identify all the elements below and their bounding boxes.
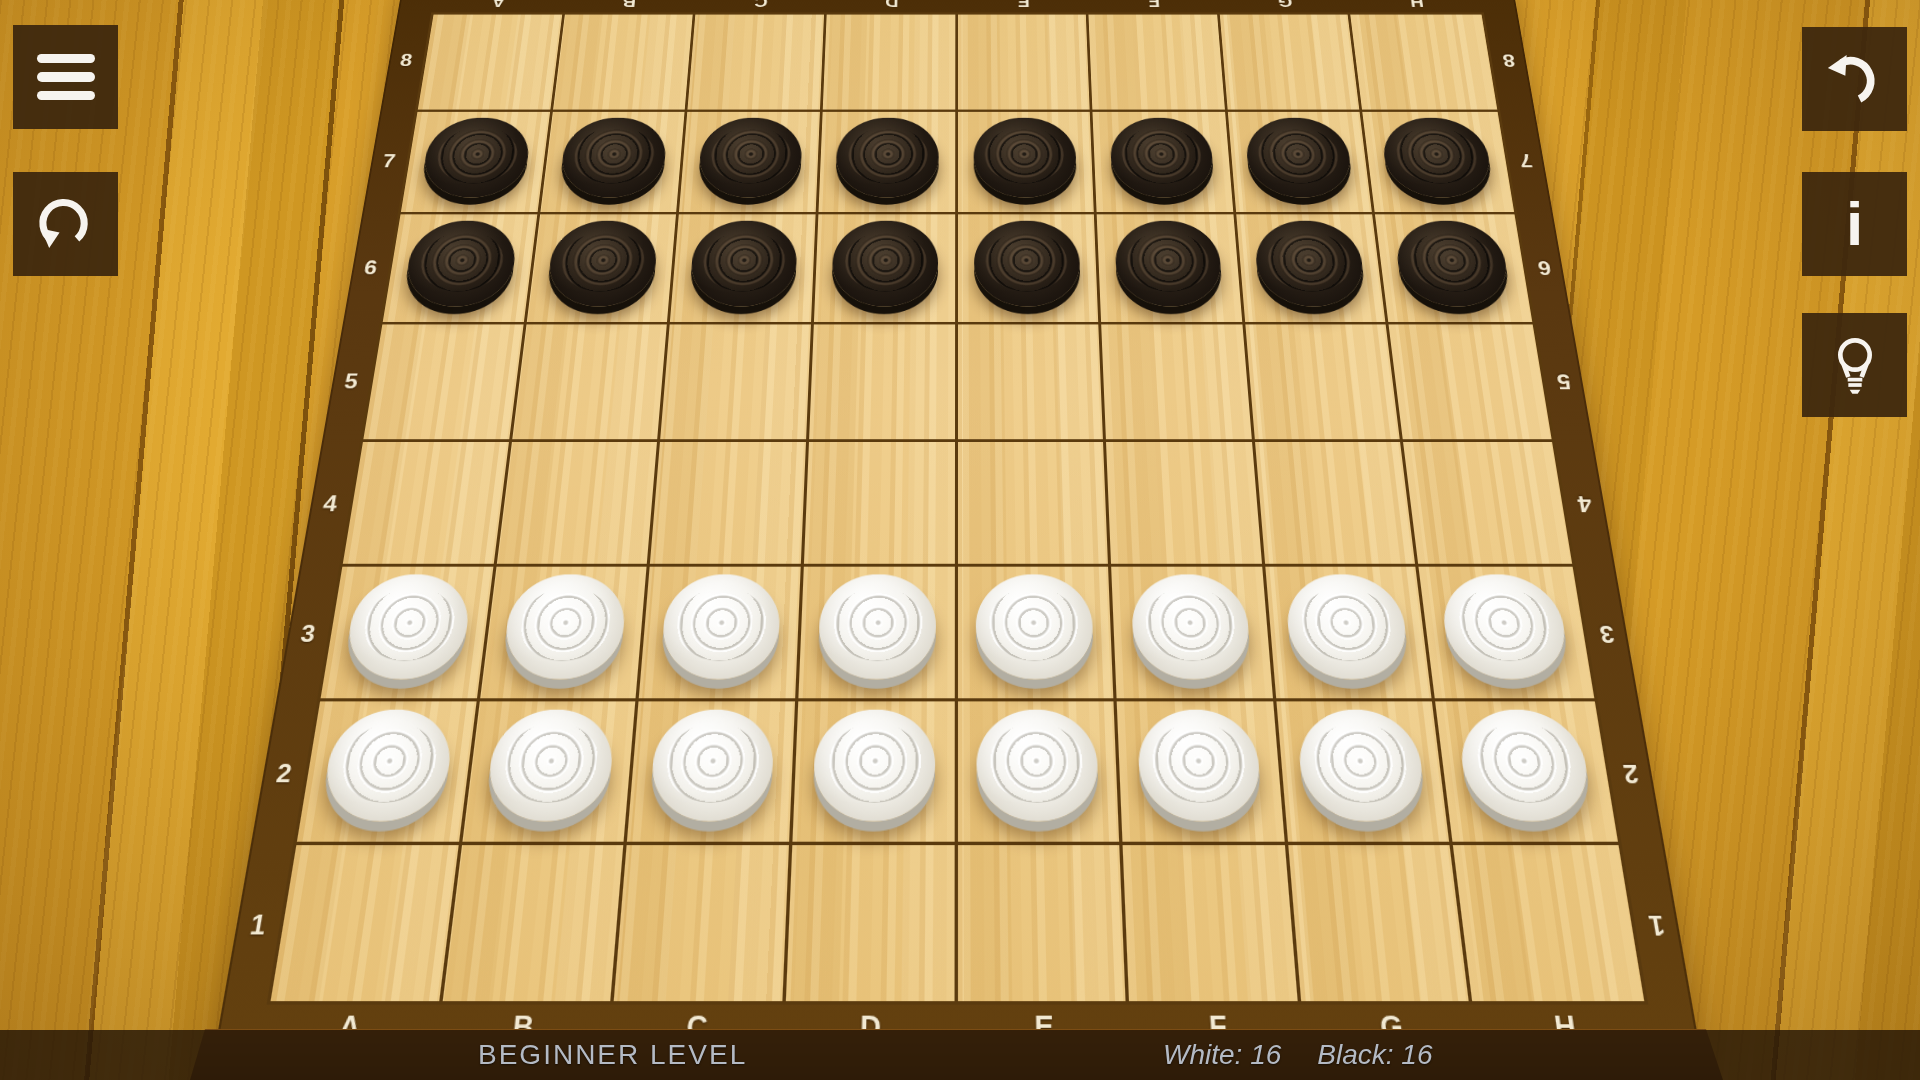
square-c2[interactable]	[627, 701, 798, 845]
lightbulb-icon	[1823, 333, 1887, 397]
square-a4[interactable]	[342, 442, 511, 567]
restart-circular-arrow-icon	[35, 193, 97, 255]
board-scene: ABCDEFGH ABCDEFGH 87654321 87654321	[0, 0, 1920, 1080]
menu-button[interactable]	[13, 25, 118, 129]
white-piece-e3[interactable]	[976, 574, 1094, 679]
square-h5[interactable]	[1389, 324, 1552, 441]
square-c6[interactable]	[670, 215, 818, 325]
hint-button[interactable]	[1802, 313, 1907, 417]
white-piece-h2[interactable]	[1456, 709, 1595, 821]
square-g5[interactable]	[1245, 324, 1403, 441]
square-d8[interactable]	[823, 15, 958, 112]
square-b6[interactable]	[526, 215, 679, 325]
white-piece-a2[interactable]	[319, 709, 456, 821]
piece-rings	[985, 232, 1068, 292]
square-d3[interactable]	[798, 567, 957, 701]
info-button[interactable]: i	[1802, 172, 1907, 276]
white-piece-d2[interactable]	[812, 709, 935, 821]
square-c3[interactable]	[639, 567, 804, 701]
piece-rings	[433, 128, 521, 184]
square-b7[interactable]	[540, 112, 688, 215]
square-h2[interactable]	[1435, 701, 1618, 845]
piece-rings	[674, 588, 769, 661]
undo-arrow-icon	[1824, 48, 1886, 110]
square-f7[interactable]	[1093, 112, 1237, 215]
piece-rings	[988, 588, 1080, 661]
square-a2[interactable]	[296, 701, 479, 845]
square-d1[interactable]	[786, 846, 958, 1002]
square-e6[interactable]	[958, 215, 1102, 325]
square-h7[interactable]	[1363, 112, 1515, 215]
square-f1[interactable]	[1123, 846, 1301, 1002]
white-piece-d3[interactable]	[818, 574, 937, 679]
piece-rings	[1256, 128, 1341, 184]
black-piece-h7[interactable]	[1380, 117, 1496, 197]
piece-rings	[709, 128, 792, 184]
black-piece-b7[interactable]	[558, 117, 668, 197]
white-piece-a3[interactable]	[342, 574, 474, 679]
square-a7[interactable]	[400, 112, 552, 215]
board-grid	[267, 12, 1649, 1004]
square-d7[interactable]	[818, 112, 957, 215]
square-e3[interactable]	[957, 567, 1116, 701]
black-piece-e7[interactable]	[973, 117, 1077, 197]
square-e8[interactable]	[958, 15, 1093, 112]
piece-rings	[831, 588, 923, 661]
white-piece-f2[interactable]	[1136, 709, 1264, 821]
square-b1[interactable]	[442, 846, 627, 1002]
square-d4[interactable]	[804, 442, 958, 567]
piece-rings	[827, 724, 923, 803]
white-piece-b3[interactable]	[501, 574, 628, 679]
black-piece-h6[interactable]	[1393, 221, 1513, 307]
square-g3[interactable]	[1265, 567, 1435, 701]
file-label-d: D	[826, 0, 958, 12]
piece-rings	[1143, 588, 1238, 661]
piece-rings	[500, 724, 602, 803]
status-bar: BEGINNER LEVEL White: 16 Black: 16	[0, 1030, 1920, 1080]
restart-button[interactable]	[13, 172, 118, 276]
piece-rings	[847, 128, 928, 184]
square-d5[interactable]	[809, 324, 958, 441]
info-i-icon: i	[1846, 193, 1863, 255]
piece-rings	[1265, 232, 1353, 292]
piece-rings	[1471, 724, 1578, 803]
piece-rings	[571, 128, 656, 184]
piece-rings	[1392, 128, 1481, 184]
piece-rings	[1125, 232, 1211, 292]
square-g1[interactable]	[1288, 846, 1473, 1002]
square-c4[interactable]	[650, 442, 809, 567]
black-piece-d6[interactable]	[831, 221, 938, 307]
square-c7[interactable]	[679, 112, 823, 215]
file-label-a: A	[431, 0, 565, 12]
piece-rings	[1406, 232, 1498, 292]
black-piece-a6[interactable]	[402, 221, 520, 307]
black-piece-b6[interactable]	[545, 221, 659, 307]
square-f2[interactable]	[1117, 701, 1288, 845]
square-f4[interactable]	[1106, 442, 1265, 567]
file-label-f: F	[1088, 0, 1220, 12]
piece-rings	[989, 724, 1085, 803]
undo-button[interactable]	[1802, 27, 1907, 131]
file-label-b: B	[563, 0, 696, 12]
black-piece-e6[interactable]	[974, 221, 1081, 307]
piece-counts: White: 16 Black: 16	[1163, 1030, 1432, 1080]
square-f6[interactable]	[1097, 215, 1245, 325]
square-e5[interactable]	[958, 324, 1107, 441]
piece-rings	[663, 724, 762, 803]
black-piece-d7[interactable]	[835, 117, 939, 197]
black-piece-c7[interactable]	[697, 117, 804, 197]
black-piece-f7[interactable]	[1109, 117, 1216, 197]
square-a6[interactable]	[382, 215, 539, 325]
square-b8[interactable]	[553, 15, 696, 112]
white-piece-c3[interactable]	[659, 574, 782, 679]
black-piece-c6[interactable]	[688, 221, 799, 307]
square-c8[interactable]	[688, 15, 827, 112]
square-e7[interactable]	[958, 112, 1097, 215]
piece-rings	[843, 232, 926, 292]
square-g8[interactable]	[1220, 15, 1363, 112]
square-b2[interactable]	[462, 701, 639, 845]
square-d6[interactable]	[814, 215, 958, 325]
square-h8[interactable]	[1351, 15, 1498, 112]
black-piece-f6[interactable]	[1113, 221, 1223, 307]
piece-rings	[1310, 724, 1412, 803]
level-label: BEGINNER LEVEL	[478, 1030, 747, 1080]
white-count-label: White: 16	[1163, 1039, 1281, 1071]
file-label-h: H	[1350, 0, 1484, 12]
piece-rings	[1298, 588, 1396, 661]
square-d2[interactable]	[792, 701, 957, 845]
square-f8[interactable]	[1089, 15, 1228, 112]
piece-rings	[701, 232, 787, 292]
square-h6[interactable]	[1375, 215, 1532, 325]
square-b3[interactable]	[479, 567, 649, 701]
square-g6[interactable]	[1236, 215, 1389, 325]
square-a8[interactable]	[418, 15, 565, 112]
square-e2[interactable]	[957, 701, 1122, 845]
white-piece-b2[interactable]	[484, 709, 616, 821]
square-f5[interactable]	[1101, 324, 1254, 441]
square-h3[interactable]	[1419, 567, 1595, 701]
square-h1[interactable]	[1453, 846, 1644, 1002]
square-g4[interactable]	[1255, 442, 1419, 567]
white-piece-e2[interactable]	[976, 709, 1099, 821]
file-label-e: E	[958, 0, 1090, 12]
square-g7[interactable]	[1228, 112, 1376, 215]
file-label-c: C	[694, 0, 826, 12]
white-piece-c2[interactable]	[648, 709, 776, 821]
white-piece-g3[interactable]	[1284, 574, 1411, 679]
piece-rings	[358, 588, 459, 661]
square-a1[interactable]	[271, 846, 462, 1002]
piece-rings	[416, 232, 507, 292]
square-c5[interactable]	[660, 324, 813, 441]
checkers-board: ABCDEFGH ABCDEFGH 87654321 87654321	[215, 0, 1700, 1049]
square-b5[interactable]	[512, 324, 670, 441]
white-piece-f3[interactable]	[1130, 574, 1253, 679]
piece-rings	[559, 232, 647, 292]
piece-rings	[336, 724, 441, 803]
piece-rings	[1120, 128, 1203, 184]
black-piece-a7[interactable]	[420, 117, 534, 197]
square-h4[interactable]	[1403, 442, 1572, 567]
white-piece-g2[interactable]	[1296, 709, 1428, 821]
piece-rings	[1150, 724, 1249, 803]
file-label-g: G	[1219, 0, 1352, 12]
white-piece-h3[interactable]	[1438, 574, 1572, 679]
hamburger-menu-icon	[37, 54, 95, 101]
square-a3[interactable]	[320, 567, 496, 701]
square-c1[interactable]	[614, 846, 792, 1002]
square-f3[interactable]	[1111, 567, 1276, 701]
black-piece-g7[interactable]	[1244, 117, 1354, 197]
piece-rings	[516, 588, 614, 661]
piece-rings	[1453, 588, 1556, 661]
black-piece-g6[interactable]	[1253, 221, 1367, 307]
black-count-label: Black: 16	[1317, 1039, 1432, 1071]
file-labels-top: ABCDEFGH	[431, 0, 1484, 12]
square-b4[interactable]	[496, 442, 660, 567]
square-e4[interactable]	[957, 442, 1111, 567]
square-e1[interactable]	[957, 846, 1129, 1002]
square-a5[interactable]	[363, 324, 526, 441]
piece-rings	[985, 128, 1066, 184]
square-g2[interactable]	[1276, 701, 1453, 845]
